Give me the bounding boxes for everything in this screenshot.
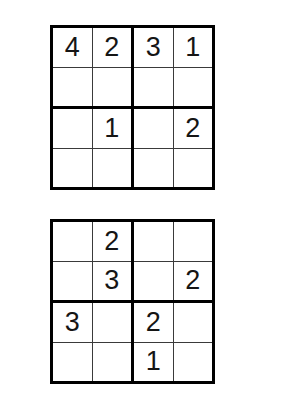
box-bottom-right: 2 — [134, 109, 212, 187]
box-bottom-left: 1 — [53, 109, 131, 187]
cell-r1c1-given: 4 — [53, 28, 92, 67]
cell-r3c2-given: 1 — [93, 109, 132, 148]
box-bottom-left: 3 — [53, 303, 131, 381]
sudoku-board-top: 4 2 3 1 1 2 — [50, 25, 215, 190]
cell-r3c4-given: 2 — [174, 109, 213, 148]
cell-r1c3-given: 3 — [134, 28, 173, 67]
box-top-left: 4 2 — [53, 28, 131, 106]
cell-r2c4-given: 2 — [174, 262, 213, 301]
cell-r1c4-empty[interactable] — [174, 222, 213, 261]
box-top-left: 2 3 — [53, 222, 131, 300]
cell-r1c2-given: 2 — [93, 222, 132, 261]
cell-r4c1-empty[interactable] — [53, 343, 92, 382]
cell-r3c3-empty[interactable] — [134, 109, 173, 148]
cell-r1c4-given: 1 — [174, 28, 213, 67]
cell-r3c3-given: 2 — [134, 303, 173, 342]
cell-r4c4-empty[interactable] — [174, 343, 213, 382]
cell-r2c1-empty[interactable] — [53, 68, 92, 107]
cell-r2c3-empty[interactable] — [134, 68, 173, 107]
cell-r3c1-empty[interactable] — [53, 109, 92, 148]
cell-r4c2-empty[interactable] — [93, 149, 132, 188]
sudoku-board-bottom: 2 3 2 3 2 1 — [50, 219, 215, 384]
cell-r4c1-empty[interactable] — [53, 149, 92, 188]
cell-r2c3-empty[interactable] — [134, 262, 173, 301]
cell-r4c3-empty[interactable] — [134, 149, 173, 188]
cell-r2c1-empty[interactable] — [53, 262, 92, 301]
cell-r1c3-empty[interactable] — [134, 222, 173, 261]
box-bottom-right: 2 1 — [134, 303, 212, 381]
box-top-right: 3 1 — [134, 28, 212, 106]
cell-r3c2-empty[interactable] — [93, 303, 132, 342]
cell-r4c2-empty[interactable] — [93, 343, 132, 382]
cell-r1c2-given: 2 — [93, 28, 132, 67]
cell-r3c1-given: 3 — [53, 303, 92, 342]
cell-r4c4-empty[interactable] — [174, 149, 213, 188]
box-top-right: 2 — [134, 222, 212, 300]
cell-r2c2-given: 3 — [93, 262, 132, 301]
cell-r1c1-empty[interactable] — [53, 222, 92, 261]
cell-r2c4-empty[interactable] — [174, 68, 213, 107]
cell-r4c3-given: 1 — [134, 343, 173, 382]
cell-r2c2-empty[interactable] — [93, 68, 132, 107]
cell-r3c4-empty[interactable] — [174, 303, 213, 342]
